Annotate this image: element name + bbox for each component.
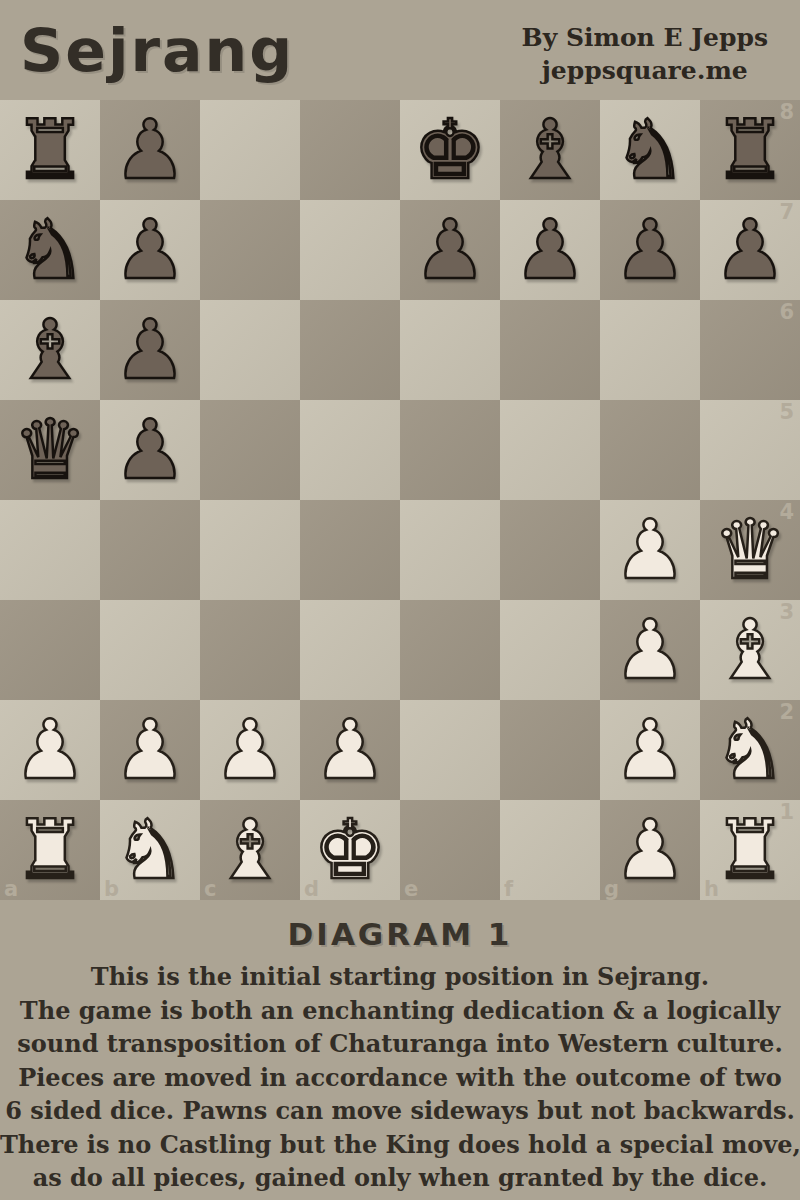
square-f3 (500, 600, 600, 700)
square-g2: ♟ (600, 700, 700, 800)
file-label-f: f (504, 878, 513, 900)
square-g6 (600, 300, 700, 400)
square-f4 (500, 500, 600, 600)
caption-line-6: There is no Castling but the King does h… (0, 1128, 800, 1162)
square-c1: ♝c (200, 800, 300, 900)
piece-white-pawn-d2: ♟ (313, 700, 387, 800)
square-d7 (300, 200, 400, 300)
piece-white-pawn-g4: ♟ (613, 500, 687, 600)
square-c3 (200, 600, 300, 700)
square-b3 (100, 600, 200, 700)
rank-label-2: 2 (779, 701, 794, 723)
square-f1: f (500, 800, 600, 900)
square-d6 (300, 300, 400, 400)
piece-black-pawn-h7: ♟ (713, 200, 787, 300)
piece-white-bishop-c1: ♝ (213, 800, 287, 900)
square-h1: ♜1h (700, 800, 800, 900)
square-e4 (400, 500, 500, 600)
byline-block: By Simon E Jepps jeppsquare.me (522, 21, 768, 87)
square-d4 (300, 500, 400, 600)
square-g5 (600, 400, 700, 500)
square-d3 (300, 600, 400, 700)
square-b5: ♟ (100, 400, 200, 500)
piece-black-rook-a8: ♜ (13, 100, 87, 200)
caption-line-2: The game is both an enchanting dedicatio… (0, 994, 800, 1028)
square-c8 (200, 100, 300, 200)
file-label-e: e (404, 878, 418, 900)
square-f8: ♝ (500, 100, 600, 200)
piece-white-pawn-c2: ♟ (213, 700, 287, 800)
piece-black-pawn-b7: ♟ (113, 200, 187, 300)
file-label-a: a (4, 878, 18, 900)
website-link[interactable]: jeppsquare.me (522, 54, 768, 87)
piece-black-knight-g8: ♞ (613, 100, 687, 200)
file-label-h: h (704, 878, 719, 900)
caption-line-3: sound transposition of Chaturanga into W… (0, 1027, 800, 1061)
piece-white-bishop-h3: ♝ (713, 600, 787, 700)
square-d8 (300, 100, 400, 200)
square-a8: ♜ (0, 100, 100, 200)
rank-label-1: 1 (779, 801, 794, 823)
piece-black-knight-a7: ♞ (13, 200, 87, 300)
square-a3 (0, 600, 100, 700)
square-g7: ♟ (600, 200, 700, 300)
rank-label-5: 5 (779, 401, 794, 423)
file-label-b: b (104, 878, 119, 900)
piece-white-pawn-b2: ♟ (113, 700, 187, 800)
square-g3: ♟ (600, 600, 700, 700)
piece-white-rook-h1: ♜ (713, 800, 787, 900)
square-e3 (400, 600, 500, 700)
square-b7: ♟ (100, 200, 200, 300)
square-c7 (200, 200, 300, 300)
piece-white-queen-h4: ♛ (713, 500, 787, 600)
caption-line-5: 6 sided dice. Pawns can move sideways bu… (0, 1094, 800, 1128)
diagram-heading: DIAGRAM 1 (0, 916, 800, 952)
square-c4 (200, 500, 300, 600)
square-a7: ♞ (0, 200, 100, 300)
square-g8: ♞ (600, 100, 700, 200)
square-g1: ♟g (600, 800, 700, 900)
caption-section: DIAGRAM 1 This is the initial starting p… (0, 900, 800, 1200)
piece-black-pawn-e7: ♟ (413, 200, 487, 300)
piece-black-bishop-a6: ♝ (13, 300, 87, 400)
square-a2: ♟ (0, 700, 100, 800)
square-h6: 6 (700, 300, 800, 400)
square-a4 (0, 500, 100, 600)
square-h3: ♝3 (700, 600, 800, 700)
square-b8: ♟ (100, 100, 200, 200)
file-label-d: d (304, 878, 319, 900)
square-e2 (400, 700, 500, 800)
square-a5: ♛ (0, 400, 100, 500)
author-byline: By Simon E Jepps (522, 21, 768, 54)
square-c6 (200, 300, 300, 400)
square-h8: ♜8 (700, 100, 800, 200)
piece-white-pawn-g3: ♟ (613, 600, 687, 700)
piece-white-pawn-g2: ♟ (613, 700, 687, 800)
chess-board: ♜♟♚♝♞♜8♞♟♟♟♟♟7♝♟6♛♟5♟♛4♟♝3♟♟♟♟♟♞2♜a♞b♝c♚… (0, 100, 800, 900)
caption-line-7: as do all pieces, gained only when grant… (0, 1161, 800, 1195)
file-label-g: g (604, 878, 619, 900)
square-e5 (400, 400, 500, 500)
square-e1: e (400, 800, 500, 900)
square-h7: ♟7 (700, 200, 800, 300)
piece-white-rook-a1: ♜ (13, 800, 87, 900)
square-c2: ♟ (200, 700, 300, 800)
piece-black-pawn-b8: ♟ (113, 100, 187, 200)
piece-white-pawn-g1: ♟ (613, 800, 687, 900)
square-f7: ♟ (500, 200, 600, 300)
square-e7: ♟ (400, 200, 500, 300)
square-c5 (200, 400, 300, 500)
square-b1: ♞b (100, 800, 200, 900)
square-f6 (500, 300, 600, 400)
square-b6: ♟ (100, 300, 200, 400)
rank-label-4: 4 (779, 501, 794, 523)
caption-line-4: Pieces are moved in accordance with the … (0, 1061, 800, 1095)
piece-black-pawn-g7: ♟ (613, 200, 687, 300)
square-b2: ♟ (100, 700, 200, 800)
piece-white-pawn-a2: ♟ (13, 700, 87, 800)
square-e6 (400, 300, 500, 400)
square-h2: ♞2 (700, 700, 800, 800)
rank-label-3: 3 (779, 601, 794, 623)
square-d1: ♚d (300, 800, 400, 900)
square-f5 (500, 400, 600, 500)
piece-black-pawn-b5: ♟ (113, 400, 187, 500)
piece-white-knight-h2: ♞ (713, 700, 787, 800)
piece-black-pawn-f7: ♟ (513, 200, 587, 300)
header: Sejrang By Simon E Jepps jeppsquare.me (0, 0, 800, 100)
square-d2: ♟ (300, 700, 400, 800)
piece-white-knight-b1: ♞ (113, 800, 187, 900)
caption-text: This is the initial starting position in… (0, 960, 800, 1195)
rank-label-7: 7 (779, 201, 794, 223)
piece-black-rook-h8: ♜ (713, 100, 787, 200)
square-e8: ♚ (400, 100, 500, 200)
piece-black-pawn-b6: ♟ (113, 300, 187, 400)
square-g4: ♟ (600, 500, 700, 600)
square-h4: ♛4 (700, 500, 800, 600)
rank-label-6: 6 (779, 301, 794, 323)
rank-label-8: 8 (779, 101, 794, 123)
square-d5 (300, 400, 400, 500)
piece-black-queen-a5: ♛ (13, 400, 87, 500)
app-logo: Sejrang (20, 16, 294, 85)
square-a1: ♜a (0, 800, 100, 900)
file-label-c: c (204, 878, 216, 900)
caption-line-1: This is the initial starting position in… (0, 960, 800, 994)
piece-black-king-e8: ♚ (413, 100, 487, 200)
square-h5: 5 (700, 400, 800, 500)
square-b4 (100, 500, 200, 600)
piece-black-bishop-f8: ♝ (513, 100, 587, 200)
square-a6: ♝ (0, 300, 100, 400)
square-f2 (500, 700, 600, 800)
piece-white-king-d1: ♚ (313, 800, 387, 900)
